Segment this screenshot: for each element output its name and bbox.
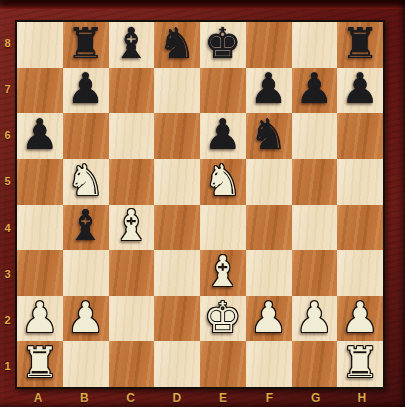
square-e7[interactable] [200,68,246,114]
file-labels: ABCDEFGH [15,389,385,407]
square-g4[interactable] [292,205,338,251]
square-a6[interactable]: ♟ [17,113,63,159]
square-f4[interactable] [246,205,292,251]
square-a2[interactable]: ♟ [17,296,63,342]
white-rook[interactable]: ♜ [341,342,379,384]
file-label-e: E [200,389,246,407]
square-c1[interactable] [109,341,155,387]
frame-top-edge [0,0,405,9]
file-label-d: D [154,389,200,407]
file-label-b: B [61,389,107,407]
black-pawn[interactable]: ♟ [250,68,288,110]
square-c2[interactable] [109,296,155,342]
square-g3[interactable] [292,250,338,296]
white-knight[interactable]: ♞ [204,160,242,202]
square-e4[interactable] [200,205,246,251]
square-a8[interactable] [17,22,63,68]
black-pawn[interactable]: ♟ [341,68,379,110]
file-label-c: C [108,389,154,407]
square-f8[interactable] [246,22,292,68]
square-c5[interactable] [109,159,155,205]
rank-label-1: 1 [0,343,15,389]
square-h1[interactable]: ♜ [337,341,383,387]
square-e2[interactable]: ♚ [200,296,246,342]
white-pawn[interactable]: ♟ [296,297,334,339]
square-f1[interactable] [246,341,292,387]
black-king[interactable]: ♚ [204,23,242,65]
square-c3[interactable] [109,250,155,296]
black-rook[interactable]: ♜ [67,23,105,65]
black-pawn[interactable]: ♟ [204,114,242,156]
white-bishop[interactable]: ♝ [204,251,242,293]
white-king[interactable]: ♚ [204,297,242,339]
square-a7[interactable] [17,68,63,114]
square-h7[interactable]: ♟ [337,68,383,114]
square-e1[interactable] [200,341,246,387]
rank-label-4: 4 [0,205,15,251]
square-d8[interactable]: ♞ [154,22,200,68]
square-f3[interactable] [246,250,292,296]
file-label-a: A [15,389,61,407]
black-pawn[interactable]: ♟ [296,68,334,110]
square-a4[interactable] [17,205,63,251]
rank-labels: 87654321 [0,20,15,389]
square-a5[interactable] [17,159,63,205]
chess-board-window: 87654321 ♜♝♞♚♜♟♟♟♟♟♟♞♞♞♝♝♝♟♟♚♟♟♟♜♜ ABCDE… [0,0,405,407]
square-d4[interactable] [154,205,200,251]
black-bishop[interactable]: ♝ [113,23,151,65]
black-bishop[interactable]: ♝ [67,205,105,247]
square-f2[interactable]: ♟ [246,296,292,342]
square-e5[interactable]: ♞ [200,159,246,205]
square-d3[interactable] [154,250,200,296]
white-pawn[interactable]: ♟ [67,297,105,339]
square-a3[interactable] [17,250,63,296]
square-h2[interactable]: ♟ [337,296,383,342]
square-b1[interactable] [63,341,109,387]
square-b5[interactable]: ♞ [63,159,109,205]
square-c8[interactable]: ♝ [109,22,155,68]
square-g6[interactable] [292,113,338,159]
black-pawn[interactable]: ♟ [21,114,59,156]
square-d1[interactable] [154,341,200,387]
square-h8[interactable]: ♜ [337,22,383,68]
square-a1[interactable]: ♜ [17,341,63,387]
rank-label-5: 5 [0,158,15,204]
square-g7[interactable]: ♟ [292,68,338,114]
chess-board[interactable]: ♜♝♞♚♜♟♟♟♟♟♟♞♞♞♝♝♝♟♟♚♟♟♟♜♜ [15,20,385,389]
square-b8[interactable]: ♜ [63,22,109,68]
file-label-f: F [246,389,292,407]
white-pawn[interactable]: ♟ [341,297,379,339]
white-rook[interactable]: ♜ [21,342,59,384]
square-c6[interactable] [109,113,155,159]
rank-label-3: 3 [0,251,15,297]
square-b6[interactable] [63,113,109,159]
square-c4[interactable]: ♝ [109,205,155,251]
square-d5[interactable] [154,159,200,205]
black-rook[interactable]: ♜ [341,23,379,65]
square-h6[interactable] [337,113,383,159]
white-pawn[interactable]: ♟ [250,297,288,339]
rank-label-6: 6 [0,112,15,158]
square-b2[interactable]: ♟ [63,296,109,342]
square-e6[interactable]: ♟ [200,113,246,159]
black-knight[interactable]: ♞ [250,114,288,156]
rank-label-7: 7 [0,66,15,112]
file-label-g: G [293,389,339,407]
square-c7[interactable] [109,68,155,114]
square-g5[interactable] [292,159,338,205]
square-g2[interactable]: ♟ [292,296,338,342]
rank-label-2: 2 [0,297,15,343]
square-d2[interactable] [154,296,200,342]
square-f7[interactable]: ♟ [246,68,292,114]
square-g1[interactable] [292,341,338,387]
square-h5[interactable] [337,159,383,205]
square-e3[interactable]: ♝ [200,250,246,296]
square-g8[interactable] [292,22,338,68]
square-f6[interactable]: ♞ [246,113,292,159]
file-label-h: H [339,389,385,407]
white-knight[interactable]: ♞ [67,160,105,202]
square-b4[interactable]: ♝ [63,205,109,251]
black-pawn[interactable]: ♟ [67,68,105,110]
square-b3[interactable] [63,250,109,296]
black-knight[interactable]: ♞ [158,23,196,65]
square-b7[interactable]: ♟ [63,68,109,114]
square-h4[interactable] [337,205,383,251]
white-bishop[interactable]: ♝ [113,205,151,247]
rank-label-8: 8 [0,20,15,66]
square-h3[interactable] [337,250,383,296]
square-f5[interactable] [246,159,292,205]
square-e8[interactable]: ♚ [200,22,246,68]
square-d6[interactable] [154,113,200,159]
white-pawn[interactable]: ♟ [21,297,59,339]
square-d7[interactable] [154,68,200,114]
